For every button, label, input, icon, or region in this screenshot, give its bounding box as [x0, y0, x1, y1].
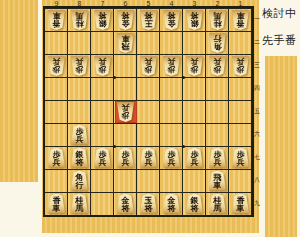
piece-gote-pawn[interactable]: 歩兵 [92, 55, 114, 77]
status-analyzing-label: 検討中 [262, 8, 297, 19]
piece-kanji: 兵 [145, 57, 153, 65]
piece-kanji: 兵 [237, 57, 245, 65]
piece-sente-pawn[interactable]: 歩兵 [69, 124, 91, 146]
piece-tile: 角行 [70, 171, 89, 191]
piece-sente-rook[interactable]: 飛車 [207, 170, 229, 192]
piece-sente-silver[interactable]: 銀将 [184, 193, 206, 215]
piece-gote-pawn[interactable]: 歩兵 [69, 55, 91, 77]
piece-gote-rook[interactable]: 飛車 [115, 32, 137, 54]
rank-label-6: 六 [253, 131, 261, 137]
rank-label-3: 三 [253, 62, 261, 68]
piece-tile: 歩兵 [47, 148, 66, 168]
piece-kanji: 将 [168, 11, 176, 19]
piece-kanji: 兵 [145, 159, 153, 167]
piece-tile: 歩兵 [185, 148, 204, 168]
status-area: 検討中 先手番 [260, 4, 300, 54]
piece-kanji: 車 [237, 11, 245, 19]
piece-gote-king[interactable]: 王将 [138, 9, 160, 31]
piece-gote-pawn[interactable]: 歩兵 [115, 101, 137, 123]
piece-sente-knight[interactable]: 桂馬 [207, 193, 229, 215]
piece-tile: 香車 [231, 10, 250, 30]
piece-gote-pawn[interactable]: 歩兵 [46, 55, 68, 77]
piece-sente-gold[interactable]: 金将 [161, 193, 183, 215]
piece-tile: 桂馬 [208, 10, 227, 30]
piece-tile: 銀将 [93, 10, 112, 30]
piece-tile: 歩兵 [162, 148, 181, 168]
piece-tile: 歩兵 [208, 148, 227, 168]
piece-sente-knight[interactable]: 桂馬 [69, 193, 91, 215]
piece-tile: 桂馬 [70, 194, 89, 214]
piece-sente-lance[interactable]: 香車 [230, 193, 252, 215]
piece-tile: 銀将 [185, 10, 204, 30]
piece-tile: 香車 [47, 10, 66, 30]
piece-kanji: 兵 [168, 57, 176, 65]
piece-tile: 歩兵 [139, 56, 158, 76]
piece-kanji: 兵 [53, 159, 61, 167]
piece-sente-gold[interactable]: 金将 [115, 193, 137, 215]
piece-kanji: 兵 [99, 57, 107, 65]
piece-kanji: 兵 [237, 159, 245, 167]
piece-tile: 歩兵 [93, 148, 112, 168]
piece-tile: 角行 [208, 33, 227, 53]
rank-label-4: 四 [253, 85, 261, 91]
piece-tile: 香車 [231, 194, 250, 214]
piece-gote-knight[interactable]: 桂馬 [69, 9, 91, 31]
piece-tile: 金将 [162, 10, 181, 30]
rank-label-9: 九 [253, 200, 261, 206]
piece-kanji: 馬 [76, 11, 84, 19]
piece-tile: 飛車 [116, 33, 135, 53]
piece-kanji: 車 [122, 34, 130, 42]
piece-sente-silver[interactable]: 銀将 [69, 147, 91, 169]
piece-sente-pawn[interactable]: 歩兵 [46, 147, 68, 169]
piece-gote-pawn[interactable]: 歩兵 [161, 55, 183, 77]
piece-kanji: 兵 [214, 159, 222, 167]
piece-tile: 銀将 [70, 148, 89, 168]
piece-kanji: 将 [122, 205, 130, 213]
piece-sente-pawn[interactable]: 歩兵 [161, 147, 183, 169]
gote-piece-stand [0, 0, 38, 182]
piece-kanji: 兵 [76, 57, 84, 65]
piece-gote-lance[interactable]: 香車 [230, 9, 252, 31]
piece-kanji: 車 [237, 205, 245, 213]
rank-label-5: 五 [253, 108, 261, 114]
piece-sente-pawn[interactable]: 歩兵 [207, 147, 229, 169]
piece-tile: 金将 [162, 194, 181, 214]
piece-tile: 玉将 [139, 194, 158, 214]
piece-tile: 桂馬 [208, 194, 227, 214]
rank-label-1: 一 [253, 16, 261, 22]
piece-kanji: 行 [214, 34, 222, 42]
piece-tile: 歩兵 [93, 56, 112, 76]
piece-kanji: 馬 [76, 205, 84, 213]
piece-gote-pawn[interactable]: 歩兵 [207, 55, 229, 77]
piece-tile: 歩兵 [47, 56, 66, 76]
piece-tile: 桂馬 [70, 10, 89, 30]
piece-kanji: 行 [76, 182, 84, 190]
piece-tile: 歩兵 [116, 102, 135, 122]
piece-kanji: 将 [76, 159, 84, 167]
piece-gote-knight[interactable]: 桂馬 [207, 9, 229, 31]
piece-kanji: 馬 [214, 11, 222, 19]
piece-tile: 歩兵 [139, 148, 158, 168]
piece-sente-pawn[interactable]: 歩兵 [184, 147, 206, 169]
piece-kanji: 車 [214, 182, 222, 190]
piece-kanji: 兵 [99, 159, 107, 167]
piece-gote-silver[interactable]: 銀将 [92, 9, 114, 31]
piece-tile: 歩兵 [70, 125, 89, 145]
sente-piece-stand [265, 56, 297, 237]
rank-label-7: 七 [253, 154, 261, 160]
piece-sente-pawn[interactable]: 歩兵 [138, 147, 160, 169]
rank-label-8: 八 [253, 177, 261, 183]
piece-kanji: 兵 [76, 136, 84, 144]
piece-tile: 歩兵 [162, 56, 181, 76]
piece-kanji: 馬 [214, 205, 222, 213]
piece-tile: 歩兵 [208, 56, 227, 76]
piece-tile: 金将 [116, 10, 135, 30]
piece-kanji: 将 [191, 205, 199, 213]
piece-tile: 歩兵 [231, 148, 250, 168]
piece-tile: 歩兵 [185, 56, 204, 76]
piece-sente-pawn[interactable]: 歩兵 [115, 147, 137, 169]
rank-label-2: 二 [253, 39, 261, 45]
piece-gote-pawn[interactable]: 歩兵 [138, 55, 160, 77]
piece-gote-pawn[interactable]: 歩兵 [230, 55, 252, 77]
piece-sente-bishop[interactable]: 角行 [69, 170, 91, 192]
piece-sente-king[interactable]: 玉将 [138, 193, 160, 215]
piece-kanji: 将 [168, 205, 176, 213]
piece-gote-gold[interactable]: 金将 [115, 9, 137, 31]
piece-tile: 飛車 [208, 171, 227, 191]
shogi-board[interactable]: 香車桂馬銀将金将王将金将銀将桂馬香車飛車角行歩兵歩兵歩兵歩兵歩兵歩兵歩兵歩兵歩兵… [43, 6, 254, 217]
piece-sente-pawn[interactable]: 歩兵 [230, 147, 252, 169]
piece-tile: 歩兵 [70, 56, 89, 76]
piece-kanji: 兵 [168, 159, 176, 167]
piece-kanji: 兵 [191, 57, 199, 65]
piece-tile: 歩兵 [116, 148, 135, 168]
piece-gote-lance[interactable]: 香車 [46, 9, 68, 31]
piece-kanji: 兵 [53, 57, 61, 65]
piece-sente-lance[interactable]: 香車 [46, 193, 68, 215]
piece-tile: 王将 [139, 10, 158, 30]
piece-gote-gold[interactable]: 金将 [161, 9, 183, 31]
piece-tile: 金将 [116, 194, 135, 214]
piece-kanji: 兵 [214, 57, 222, 65]
turn-indicator-label: 先手番 [262, 35, 297, 46]
piece-kanji: 将 [99, 11, 107, 19]
piece-kanji: 将 [145, 205, 153, 213]
piece-kanji: 車 [53, 205, 61, 213]
piece-tile: 香車 [47, 194, 66, 214]
piece-kanji: 車 [53, 11, 61, 19]
piece-tile: 銀将 [185, 194, 204, 214]
piece-kanji: 兵 [122, 159, 130, 167]
piece-gote-silver[interactable]: 銀将 [184, 9, 206, 31]
piece-sente-pawn[interactable]: 歩兵 [92, 147, 114, 169]
piece-kanji: 将 [122, 11, 130, 19]
piece-tile: 歩兵 [231, 56, 250, 76]
piece-kanji: 兵 [122, 103, 130, 111]
piece-kanji: 将 [145, 11, 153, 19]
piece-kanji: 兵 [191, 159, 199, 167]
piece-gote-bishop[interactable]: 角行 [207, 32, 229, 54]
piece-gote-pawn[interactable]: 歩兵 [184, 55, 206, 77]
piece-kanji: 将 [191, 11, 199, 19]
